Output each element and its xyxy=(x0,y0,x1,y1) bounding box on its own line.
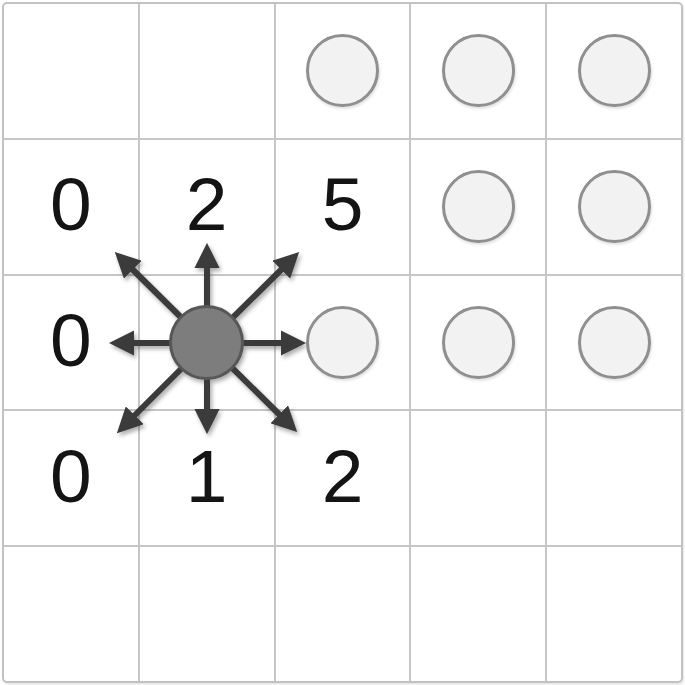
board-grid: 0250012 xyxy=(2,2,683,683)
cell-r3c2: 2 xyxy=(276,411,410,545)
cell-r1c0: 0 xyxy=(4,140,138,274)
light-circle xyxy=(442,34,515,107)
cell-r0c3 xyxy=(411,4,545,138)
cell-r0c4 xyxy=(547,4,681,138)
cell-r0c0 xyxy=(4,4,138,138)
cell-r3c3 xyxy=(411,411,545,545)
cell-r0c1 xyxy=(140,4,274,138)
cell-r2c3 xyxy=(411,276,545,410)
cell-r4c3 xyxy=(411,547,545,681)
neighbor-count: 1 xyxy=(186,439,228,514)
light-circle xyxy=(306,306,379,379)
cell-r1c1: 2 xyxy=(140,140,274,274)
cell-r2c1 xyxy=(140,276,274,410)
neighbor-count: 0 xyxy=(50,167,92,242)
cell-r1c3 xyxy=(411,140,545,274)
neighbor-count: 0 xyxy=(50,439,92,514)
light-circle xyxy=(578,34,651,107)
cell-r4c4 xyxy=(547,547,681,681)
neighbor-count: 2 xyxy=(186,167,228,242)
neighbor-count: 5 xyxy=(322,167,364,242)
cell-r2c2 xyxy=(276,276,410,410)
neighbor-count: 0 xyxy=(50,303,92,378)
neighbor-count: 2 xyxy=(322,439,364,514)
cell-r0c2 xyxy=(276,4,410,138)
light-circle xyxy=(578,170,651,243)
cell-r2c4 xyxy=(547,276,681,410)
cell-r3c1: 1 xyxy=(140,411,274,545)
cell-r2c0: 0 xyxy=(4,276,138,410)
light-circle xyxy=(578,306,651,379)
cell-r3c0: 0 xyxy=(4,411,138,545)
light-circle xyxy=(306,34,379,107)
cell-r1c4 xyxy=(547,140,681,274)
cell-r4c0 xyxy=(4,547,138,681)
cell-r4c2 xyxy=(276,547,410,681)
cell-r4c1 xyxy=(140,547,274,681)
neighbor-count-diagram: 0250012 xyxy=(0,0,685,685)
light-circle xyxy=(442,306,515,379)
cell-r1c2: 5 xyxy=(276,140,410,274)
light-circle xyxy=(442,170,515,243)
cell-r3c4 xyxy=(547,411,681,545)
